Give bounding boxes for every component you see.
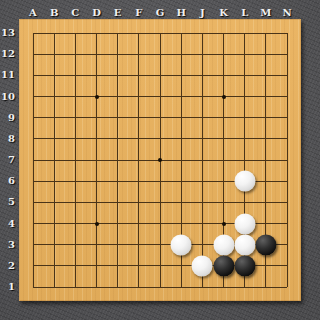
row-label-4: 4 — [0, 218, 15, 229]
column-label-K: K — [219, 7, 228, 18]
column-label-L: L — [241, 7, 248, 18]
row-label-6: 6 — [0, 175, 15, 186]
grid-line-vertical — [287, 33, 288, 287]
stone-white-L3[interactable] — [234, 234, 255, 255]
stone-white-J2[interactable] — [192, 255, 213, 276]
stone-black-L2[interactable] — [234, 255, 255, 276]
star-point-K4 — [222, 222, 226, 226]
row-label-13: 13 — [0, 27, 15, 38]
row-label-3: 3 — [0, 239, 15, 250]
grid-line-vertical — [202, 33, 203, 287]
grid-line-horizontal — [33, 202, 287, 203]
column-label-D: D — [92, 7, 101, 18]
go-board[interactable] — [19, 19, 301, 301]
column-label-G: G — [156, 7, 165, 18]
column-label-C: C — [71, 7, 79, 18]
row-label-10: 10 — [0, 91, 15, 102]
row-label-2: 2 — [0, 260, 15, 271]
column-label-M: M — [260, 7, 271, 18]
page-background: ABCDEFGHJKLMN 13121110987654321 — [0, 0, 320, 320]
column-label-B: B — [50, 7, 58, 18]
column-label-A: A — [29, 7, 37, 18]
row-label-1: 1 — [0, 281, 15, 292]
star-point-D10 — [95, 95, 99, 99]
stone-black-K2[interactable] — [213, 255, 234, 276]
row-label-11: 11 — [0, 70, 15, 81]
stone-white-H3[interactable] — [171, 234, 192, 255]
column-label-E: E — [114, 7, 122, 18]
column-label-F: F — [135, 7, 142, 18]
column-label-N: N — [282, 7, 291, 18]
row-label-5: 5 — [0, 197, 15, 208]
stone-white-L6[interactable] — [234, 171, 255, 192]
column-label-J: J — [200, 7, 205, 18]
stone-black-M3[interactable] — [255, 234, 276, 255]
column-label-H: H — [176, 7, 185, 18]
grid-line-horizontal — [33, 287, 287, 288]
star-point-D4 — [95, 222, 99, 226]
stone-white-K3[interactable] — [213, 234, 234, 255]
star-point-K10 — [222, 95, 226, 99]
star-point-G7 — [158, 158, 162, 162]
row-label-7: 7 — [0, 154, 15, 165]
row-label-12: 12 — [0, 48, 15, 59]
row-label-9: 9 — [0, 112, 15, 123]
stone-white-L4[interactable] — [234, 213, 255, 234]
row-label-8: 8 — [0, 133, 15, 144]
